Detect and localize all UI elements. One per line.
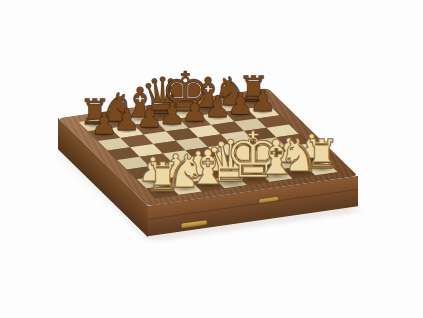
brass-hinge-icon — [182, 220, 207, 228]
product-photo-scene: ♜♞♝♛♚♝♞♜♟♟♟♟♟♟♟♟♟♟♟♟♟♟♟♟♜♞♝♛♚♝♞♜ — [0, 0, 423, 318]
